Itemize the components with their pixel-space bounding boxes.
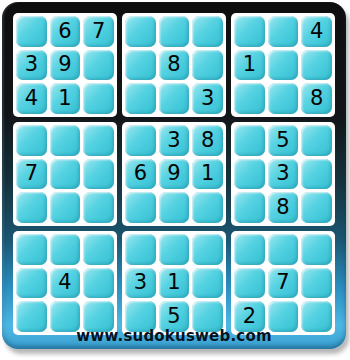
sudoku-cell-r3c3[interactable]: [83, 83, 114, 114]
sudoku-cell-r3c1[interactable]: 4: [16, 83, 47, 114]
sudoku-cell-r6c6[interactable]: [192, 192, 223, 223]
sudoku-cell-r2c3[interactable]: [83, 50, 114, 81]
sudoku-cell-r7c2[interactable]: [50, 234, 81, 265]
sudoku-cell-r2c8[interactable]: [268, 50, 299, 81]
sudoku-grid: 673941 83 418 7 38691 538 4 315 72: [13, 13, 335, 335]
sudoku-cell-r2c6[interactable]: [192, 50, 223, 81]
sudoku-box-top-center: 83: [122, 13, 226, 117]
sudoku-box-middle-center: 38691: [122, 122, 226, 226]
sudoku-box-top-left: 673941: [13, 13, 117, 117]
sudoku-box-bottom-center: 315: [122, 231, 226, 335]
sudoku-box-bottom-left: 4: [13, 231, 117, 335]
sudoku-cell-r8c7[interactable]: [234, 268, 265, 299]
sudoku-cell-r6c9[interactable]: [301, 192, 332, 223]
sudoku-cell-r8c4[interactable]: 3: [125, 268, 156, 299]
sudoku-cell-r7c6[interactable]: [192, 234, 223, 265]
sudoku-cell-r8c8[interactable]: 7: [268, 268, 299, 299]
sudoku-cell-r3c9[interactable]: 8: [301, 83, 332, 114]
sudoku-box-middle-right: 538: [231, 122, 335, 226]
sudoku-cell-r6c7[interactable]: [234, 192, 265, 223]
sudoku-cell-r1c4[interactable]: [125, 16, 156, 47]
sudoku-cell-r4c1[interactable]: [16, 125, 47, 156]
sudoku-cell-r3c5[interactable]: [159, 83, 190, 114]
sudoku-cell-r4c3[interactable]: [83, 125, 114, 156]
sudoku-cell-r5c1[interactable]: 7: [16, 159, 47, 190]
sudoku-cell-r5c9[interactable]: [301, 159, 332, 190]
sudoku-box-bottom-right: 72: [231, 231, 335, 335]
sudoku-cell-r4c2[interactable]: [50, 125, 81, 156]
sudoku-cell-r2c7[interactable]: 1: [234, 50, 265, 81]
sudoku-cell-r5c8[interactable]: 3: [268, 159, 299, 190]
sudoku-box-middle-left: 7: [13, 122, 117, 226]
sudoku-cell-r7c3[interactable]: [83, 234, 114, 265]
sudoku-cell-r1c9[interactable]: 4: [301, 16, 332, 47]
sudoku-cell-r5c6[interactable]: 1: [192, 159, 223, 190]
sudoku-cell-r5c4[interactable]: 6: [125, 159, 156, 190]
sudoku-cell-r3c6[interactable]: 3: [192, 83, 223, 114]
site-url: www.sudokusweb.com: [2, 327, 346, 345]
sudoku-board: 673941 83 418 7 38691 538 4 315 72 www.s…: [2, 2, 346, 349]
sudoku-cell-r7c5[interactable]: [159, 234, 190, 265]
sudoku-cell-r4c5[interactable]: 3: [159, 125, 190, 156]
sudoku-cell-r3c4[interactable]: [125, 83, 156, 114]
sudoku-cell-r5c5[interactable]: 9: [159, 159, 190, 190]
sudoku-cell-r6c4[interactable]: [125, 192, 156, 223]
sudoku-box-top-right: 418: [231, 13, 335, 117]
sudoku-cell-r3c7[interactable]: [234, 83, 265, 114]
sudoku-cell-r1c3[interactable]: 7: [83, 16, 114, 47]
sudoku-cell-r8c9[interactable]: [301, 268, 332, 299]
sudoku-cell-r2c4[interactable]: [125, 50, 156, 81]
sudoku-cell-r7c9[interactable]: [301, 234, 332, 265]
sudoku-cell-r1c2[interactable]: 6: [50, 16, 81, 47]
sudoku-cell-r7c7[interactable]: [234, 234, 265, 265]
sudoku-cell-r2c1[interactable]: 3: [16, 50, 47, 81]
sudoku-cell-r4c6[interactable]: 8: [192, 125, 223, 156]
sudoku-cell-r5c3[interactable]: [83, 159, 114, 190]
sudoku-cell-r8c2[interactable]: 4: [50, 268, 81, 299]
sudoku-cell-r1c7[interactable]: [234, 16, 265, 47]
sudoku-cell-r8c5[interactable]: 1: [159, 268, 190, 299]
sudoku-cell-r2c5[interactable]: 8: [159, 50, 190, 81]
sudoku-cell-r6c3[interactable]: [83, 192, 114, 223]
sudoku-cell-r2c2[interactable]: 9: [50, 50, 81, 81]
sudoku-cell-r6c5[interactable]: [159, 192, 190, 223]
sudoku-cell-r8c1[interactable]: [16, 268, 47, 299]
sudoku-cell-r6c8[interactable]: 8: [268, 192, 299, 223]
sudoku-cell-r4c4[interactable]: [125, 125, 156, 156]
sudoku-cell-r4c8[interactable]: 5: [268, 125, 299, 156]
sudoku-cell-r5c7[interactable]: [234, 159, 265, 190]
sudoku-cell-r3c2[interactable]: 1: [50, 83, 81, 114]
sudoku-cell-r1c5[interactable]: [159, 16, 190, 47]
sudoku-cell-r8c6[interactable]: [192, 268, 223, 299]
sudoku-cell-r2c9[interactable]: [301, 50, 332, 81]
sudoku-cell-r3c8[interactable]: [268, 83, 299, 114]
sudoku-cell-r8c3[interactable]: [83, 268, 114, 299]
sudoku-cell-r6c1[interactable]: [16, 192, 47, 223]
sudoku-cell-r4c9[interactable]: [301, 125, 332, 156]
sudoku-cell-r6c2[interactable]: [50, 192, 81, 223]
sudoku-cell-r5c2[interactable]: [50, 159, 81, 190]
sudoku-cell-r1c1[interactable]: [16, 16, 47, 47]
sudoku-cell-r1c8[interactable]: [268, 16, 299, 47]
sudoku-cell-r7c4[interactable]: [125, 234, 156, 265]
sudoku-cell-r1c6[interactable]: [192, 16, 223, 47]
sudoku-cell-r4c7[interactable]: [234, 125, 265, 156]
sudoku-cell-r7c1[interactable]: [16, 234, 47, 265]
sudoku-cell-r7c8[interactable]: [268, 234, 299, 265]
